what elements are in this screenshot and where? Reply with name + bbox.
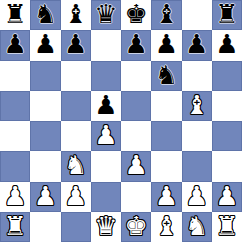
- square-d7[interactable]: [91, 30, 121, 60]
- piece-black-bishop[interactable]: ♝: [64, 1, 87, 27]
- piece-black-pawn[interactable]: ♟: [124, 31, 147, 57]
- square-f3[interactable]: [151, 151, 181, 181]
- piece-white-pawn[interactable]: ♟: [64, 183, 87, 209]
- square-a8[interactable]: ♜: [0, 0, 30, 30]
- square-h8[interactable]: ♜: [212, 0, 242, 30]
- piece-black-pawn[interactable]: ♟: [185, 31, 208, 57]
- piece-black-pawn[interactable]: ♟: [64, 31, 87, 57]
- square-h1[interactable]: ♜: [212, 212, 242, 242]
- square-b3[interactable]: [30, 151, 60, 181]
- piece-black-pawn[interactable]: ♟: [155, 31, 178, 57]
- square-g3[interactable]: [182, 151, 212, 181]
- square-g6[interactable]: [182, 61, 212, 91]
- square-g5[interactable]: ♝: [182, 91, 212, 121]
- square-c5[interactable]: [61, 91, 91, 121]
- square-b6[interactable]: [30, 61, 60, 91]
- square-e5[interactable]: [121, 91, 151, 121]
- square-a7[interactable]: ♟: [0, 30, 30, 60]
- square-b1[interactable]: [30, 212, 60, 242]
- square-b8[interactable]: ♞: [30, 0, 60, 30]
- square-c8[interactable]: ♝: [61, 0, 91, 30]
- square-g1[interactable]: ♞: [182, 212, 212, 242]
- square-f5[interactable]: [151, 91, 181, 121]
- square-a3[interactable]: [0, 151, 30, 181]
- piece-white-pawn[interactable]: ♟: [124, 152, 147, 178]
- piece-black-pawn[interactable]: ♟: [34, 31, 57, 57]
- square-h3[interactable]: [212, 151, 242, 181]
- piece-white-pawn[interactable]: ♟: [34, 183, 57, 209]
- square-d2[interactable]: [91, 182, 121, 212]
- piece-white-pawn[interactable]: ♟: [94, 122, 117, 148]
- piece-white-knight[interactable]: ♞: [185, 213, 208, 239]
- square-c2[interactable]: ♟: [61, 182, 91, 212]
- square-e3[interactable]: ♟: [121, 151, 151, 181]
- square-f7[interactable]: ♟: [151, 30, 181, 60]
- square-a4[interactable]: [0, 121, 30, 151]
- piece-black-pawn[interactable]: ♟: [215, 31, 238, 57]
- square-f1[interactable]: ♝: [151, 212, 181, 242]
- piece-white-rook[interactable]: ♜: [215, 213, 238, 239]
- square-h5[interactable]: [212, 91, 242, 121]
- square-d1[interactable]: ♛: [91, 212, 121, 242]
- piece-black-knight[interactable]: ♞: [155, 62, 178, 88]
- piece-white-queen[interactable]: ♛: [94, 213, 117, 239]
- square-f8[interactable]: ♝: [151, 0, 181, 30]
- square-h6[interactable]: [212, 61, 242, 91]
- square-a1[interactable]: ♜: [0, 212, 30, 242]
- square-h2[interactable]: ♟: [212, 182, 242, 212]
- square-f6[interactable]: ♞: [151, 61, 181, 91]
- square-e7[interactable]: ♟: [121, 30, 151, 60]
- piece-white-king[interactable]: ♚: [124, 213, 147, 239]
- piece-black-pawn[interactable]: ♟: [3, 31, 26, 57]
- square-g2[interactable]: ♟: [182, 182, 212, 212]
- chess-board-container: ♜♞♝♛♚♝♜♟♟♟♟♟♟♟♞♟♝♟♞♟♟♟♟♟♟♟♜♛♚♝♞♜: [0, 0, 242, 242]
- piece-white-pawn[interactable]: ♟: [215, 183, 238, 209]
- square-b5[interactable]: [30, 91, 60, 121]
- piece-white-pawn[interactable]: ♟: [185, 183, 208, 209]
- piece-black-king[interactable]: ♚: [124, 1, 147, 27]
- square-g7[interactable]: ♟: [182, 30, 212, 60]
- square-b2[interactable]: ♟: [30, 182, 60, 212]
- square-d3[interactable]: [91, 151, 121, 181]
- square-e6[interactable]: [121, 61, 151, 91]
- piece-white-knight[interactable]: ♞: [64, 152, 87, 178]
- piece-black-bishop[interactable]: ♝: [155, 1, 178, 27]
- square-e8[interactable]: ♚: [121, 0, 151, 30]
- square-c7[interactable]: ♟: [61, 30, 91, 60]
- square-h4[interactable]: [212, 121, 242, 151]
- square-e1[interactable]: ♚: [121, 212, 151, 242]
- piece-black-pawn[interactable]: ♟: [94, 92, 117, 118]
- square-c1[interactable]: [61, 212, 91, 242]
- square-d8[interactable]: ♛: [91, 0, 121, 30]
- square-d4[interactable]: ♟: [91, 121, 121, 151]
- square-b7[interactable]: ♟: [30, 30, 60, 60]
- square-d5[interactable]: ♟: [91, 91, 121, 121]
- piece-black-rook[interactable]: ♜: [3, 1, 26, 27]
- piece-white-bishop[interactable]: ♝: [185, 92, 208, 118]
- square-a5[interactable]: [0, 91, 30, 121]
- square-c3[interactable]: ♞: [61, 151, 91, 181]
- piece-white-pawn[interactable]: ♟: [155, 183, 178, 209]
- piece-black-queen[interactable]: ♛: [94, 1, 117, 27]
- chess-board: ♜♞♝♛♚♝♜♟♟♟♟♟♟♟♞♟♝♟♞♟♟♟♟♟♟♟♜♛♚♝♞♜: [0, 0, 242, 242]
- square-h7[interactable]: ♟: [212, 30, 242, 60]
- square-d6[interactable]: [91, 61, 121, 91]
- piece-white-pawn[interactable]: ♟: [3, 183, 26, 209]
- square-e2[interactable]: [121, 182, 151, 212]
- square-e4[interactable]: [121, 121, 151, 151]
- square-g4[interactable]: [182, 121, 212, 151]
- square-b4[interactable]: [30, 121, 60, 151]
- square-g8[interactable]: [182, 0, 212, 30]
- square-a2[interactable]: ♟: [0, 182, 30, 212]
- piece-white-bishop[interactable]: ♝: [155, 213, 178, 239]
- square-f2[interactable]: ♟: [151, 182, 181, 212]
- square-c6[interactable]: [61, 61, 91, 91]
- square-a6[interactable]: [0, 61, 30, 91]
- square-c4[interactable]: [61, 121, 91, 151]
- piece-black-knight[interactable]: ♞: [34, 1, 57, 27]
- square-f4[interactable]: [151, 121, 181, 151]
- piece-black-rook[interactable]: ♜: [215, 1, 238, 27]
- piece-white-rook[interactable]: ♜: [3, 213, 26, 239]
